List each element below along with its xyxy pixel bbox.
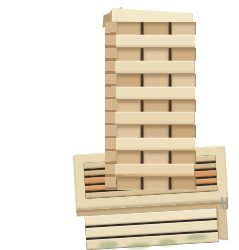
- block-end: [144, 125, 168, 138]
- grass-stain: [126, 242, 150, 249]
- block-end: [144, 151, 168, 164]
- block-end: [144, 22, 168, 35]
- block-end: [171, 151, 195, 164]
- block-end: [117, 177, 141, 190]
- block-end: [117, 100, 141, 113]
- block-end: [117, 22, 141, 35]
- tower-layer-1: [117, 22, 196, 35]
- block-end: [171, 22, 195, 35]
- block-side-face: [116, 35, 195, 48]
- block-end: [171, 48, 195, 61]
- block-side-face: [116, 138, 195, 151]
- block-end: [117, 125, 141, 138]
- block-end: [144, 177, 168, 190]
- block-side-face: [115, 112, 194, 125]
- tower-layer-5: [117, 74, 196, 87]
- block-side-face: [115, 61, 194, 74]
- tumble-tower: [103, 4, 197, 190]
- block-side-face: [115, 164, 194, 177]
- tower-layer-3: [117, 48, 196, 61]
- tower-layer-9: [117, 125, 196, 138]
- block-side-face: [116, 87, 195, 100]
- block-end: [144, 74, 168, 87]
- block-end: [171, 177, 195, 190]
- grass-stain: [158, 239, 176, 247]
- block-end: [117, 48, 141, 61]
- latch-hook-icon: [221, 196, 229, 209]
- photo-canvas: [0, 0, 239, 250]
- block-end: [117, 74, 141, 87]
- block-end: [171, 74, 195, 87]
- block-end: [117, 151, 141, 164]
- tower-layer-13: [117, 177, 196, 190]
- tower-front-face: [116, 22, 195, 190]
- block-end: [171, 125, 195, 138]
- crate-right-side: [216, 207, 228, 240]
- tower-layer-7: [117, 100, 196, 113]
- tower-layer-11: [117, 151, 196, 164]
- block-end: [144, 100, 168, 113]
- block-end: [144, 48, 168, 61]
- block-end: [171, 100, 195, 113]
